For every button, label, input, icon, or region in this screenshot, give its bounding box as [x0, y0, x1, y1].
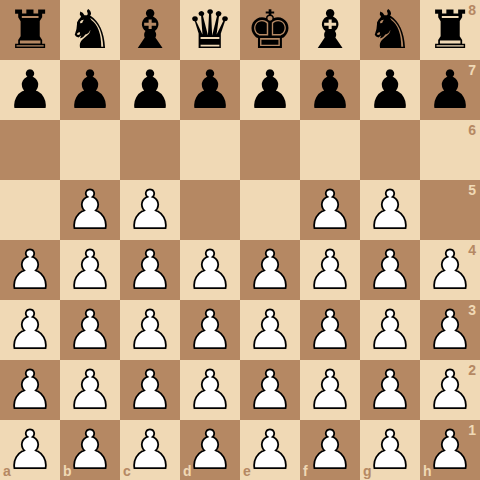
square-b6[interactable] [60, 120, 120, 180]
piece-white-pawn-c3[interactable]: ♟ [126, 303, 174, 356]
piece-black-rook-a8[interactable]: ♜ [6, 3, 54, 56]
square-h7[interactable]: ♟7 [420, 60, 480, 120]
square-b2[interactable]: ♟ [60, 360, 120, 420]
piece-black-queen-d8[interactable]: ♛ [186, 3, 234, 56]
piece-white-pawn-g4[interactable]: ♟ [366, 243, 414, 296]
piece-black-pawn-a7[interactable]: ♟ [6, 63, 54, 116]
square-h5[interactable]: 5 [420, 180, 480, 240]
piece-white-pawn-f5[interactable]: ♟ [306, 183, 354, 236]
square-a8[interactable]: ♜ [0, 0, 60, 60]
square-c2[interactable]: ♟ [120, 360, 180, 420]
square-g2[interactable]: ♟ [360, 360, 420, 420]
piece-white-pawn-c2[interactable]: ♟ [126, 363, 174, 416]
piece-white-pawn-h4[interactable]: ♟ [426, 243, 474, 296]
square-h4[interactable]: ♟4 [420, 240, 480, 300]
square-h1[interactable]: ♟h1 [420, 420, 480, 480]
square-a7[interactable]: ♟ [0, 60, 60, 120]
square-c5[interactable]: ♟ [120, 180, 180, 240]
piece-black-rook-h8[interactable]: ♜ [426, 3, 474, 56]
square-h3[interactable]: ♟3 [420, 300, 480, 360]
square-d1[interactable]: ♟d [180, 420, 240, 480]
piece-black-pawn-b7[interactable]: ♟ [66, 63, 114, 116]
piece-white-pawn-g1[interactable]: ♟ [366, 423, 414, 476]
piece-white-pawn-a2[interactable]: ♟ [6, 363, 54, 416]
square-g1[interactable]: ♟g [360, 420, 420, 480]
square-d5[interactable] [180, 180, 240, 240]
piece-white-pawn-b3[interactable]: ♟ [66, 303, 114, 356]
piece-white-pawn-c1[interactable]: ♟ [126, 423, 174, 476]
square-d8[interactable]: ♛ [180, 0, 240, 60]
square-b7[interactable]: ♟ [60, 60, 120, 120]
square-e4[interactable]: ♟ [240, 240, 300, 300]
piece-white-pawn-a4[interactable]: ♟ [6, 243, 54, 296]
piece-white-pawn-h2[interactable]: ♟ [426, 363, 474, 416]
square-a3[interactable]: ♟ [0, 300, 60, 360]
piece-black-pawn-f7[interactable]: ♟ [306, 63, 354, 116]
square-d7[interactable]: ♟ [180, 60, 240, 120]
square-e1[interactable]: ♟e [240, 420, 300, 480]
piece-black-pawn-e7[interactable]: ♟ [246, 63, 294, 116]
square-d2[interactable]: ♟ [180, 360, 240, 420]
piece-white-pawn-c4[interactable]: ♟ [126, 243, 174, 296]
square-g6[interactable] [360, 120, 420, 180]
square-c3[interactable]: ♟ [120, 300, 180, 360]
square-f5[interactable]: ♟ [300, 180, 360, 240]
square-d6[interactable] [180, 120, 240, 180]
square-a4[interactable]: ♟ [0, 240, 60, 300]
piece-black-pawn-c7[interactable]: ♟ [126, 63, 174, 116]
piece-white-pawn-e3[interactable]: ♟ [246, 303, 294, 356]
square-e8[interactable]: ♚ [240, 0, 300, 60]
piece-white-pawn-g5[interactable]: ♟ [366, 183, 414, 236]
piece-black-pawn-d7[interactable]: ♟ [186, 63, 234, 116]
piece-white-pawn-f3[interactable]: ♟ [306, 303, 354, 356]
piece-white-pawn-d4[interactable]: ♟ [186, 243, 234, 296]
piece-white-pawn-e4[interactable]: ♟ [246, 243, 294, 296]
square-g4[interactable]: ♟ [360, 240, 420, 300]
piece-black-bishop-c8[interactable]: ♝ [126, 3, 174, 56]
square-d4[interactable]: ♟ [180, 240, 240, 300]
square-b4[interactable]: ♟ [60, 240, 120, 300]
piece-black-knight-b8[interactable]: ♞ [66, 3, 114, 56]
piece-white-pawn-f1[interactable]: ♟ [306, 423, 354, 476]
square-a6[interactable] [0, 120, 60, 180]
piece-white-pawn-b4[interactable]: ♟ [66, 243, 114, 296]
square-f2[interactable]: ♟ [300, 360, 360, 420]
piece-white-pawn-f4[interactable]: ♟ [306, 243, 354, 296]
square-c8[interactable]: ♝ [120, 0, 180, 60]
square-h6[interactable]: 6 [420, 120, 480, 180]
chess-board: ♜♞♝♛♚♝♞♜8♟♟♟♟♟♟♟♟76♟♟♟♟5♟♟♟♟♟♟♟♟4♟♟♟♟♟♟♟… [0, 0, 480, 480]
piece-white-pawn-a3[interactable]: ♟ [6, 303, 54, 356]
piece-white-pawn-h1[interactable]: ♟ [426, 423, 474, 476]
piece-white-pawn-e2[interactable]: ♟ [246, 363, 294, 416]
piece-white-pawn-c5[interactable]: ♟ [126, 183, 174, 236]
square-a2[interactable]: ♟ [0, 360, 60, 420]
rank-label-6: 6 [468, 123, 476, 137]
square-f4[interactable]: ♟ [300, 240, 360, 300]
piece-white-pawn-g3[interactable]: ♟ [366, 303, 414, 356]
square-c7[interactable]: ♟ [120, 60, 180, 120]
piece-white-pawn-d1[interactable]: ♟ [186, 423, 234, 476]
square-h2[interactable]: ♟2 [420, 360, 480, 420]
square-c6[interactable] [120, 120, 180, 180]
square-b5[interactable]: ♟ [60, 180, 120, 240]
piece-white-pawn-a1[interactable]: ♟ [6, 423, 54, 476]
piece-black-knight-g8[interactable]: ♞ [366, 3, 414, 56]
square-g8[interactable]: ♞ [360, 0, 420, 60]
piece-black-bishop-f8[interactable]: ♝ [306, 3, 354, 56]
square-c1[interactable]: ♟c [120, 420, 180, 480]
square-c4[interactable]: ♟ [120, 240, 180, 300]
piece-white-pawn-g2[interactable]: ♟ [366, 363, 414, 416]
square-h8[interactable]: ♜8 [420, 0, 480, 60]
square-g5[interactable]: ♟ [360, 180, 420, 240]
piece-white-pawn-h3[interactable]: ♟ [426, 303, 474, 356]
piece-white-pawn-b1[interactable]: ♟ [66, 423, 114, 476]
piece-white-pawn-e1[interactable]: ♟ [246, 423, 294, 476]
square-g3[interactable]: ♟ [360, 300, 420, 360]
rank-label-5: 5 [468, 183, 476, 197]
piece-black-king-e8[interactable]: ♚ [246, 3, 294, 56]
square-e7[interactable]: ♟ [240, 60, 300, 120]
square-f8[interactable]: ♝ [300, 0, 360, 60]
piece-white-pawn-b2[interactable]: ♟ [66, 363, 114, 416]
square-b1[interactable]: ♟b [60, 420, 120, 480]
piece-black-pawn-g7[interactable]: ♟ [366, 63, 414, 116]
square-b8[interactable]: ♞ [60, 0, 120, 60]
square-a1[interactable]: ♟a [0, 420, 60, 480]
square-a5[interactable] [0, 180, 60, 240]
piece-white-pawn-f2[interactable]: ♟ [306, 363, 354, 416]
square-f6[interactable] [300, 120, 360, 180]
square-f3[interactable]: ♟ [300, 300, 360, 360]
square-e6[interactable] [240, 120, 300, 180]
square-e3[interactable]: ♟ [240, 300, 300, 360]
piece-white-pawn-d3[interactable]: ♟ [186, 303, 234, 356]
square-d3[interactable]: ♟ [180, 300, 240, 360]
square-g7[interactable]: ♟ [360, 60, 420, 120]
piece-white-pawn-d2[interactable]: ♟ [186, 363, 234, 416]
square-f7[interactable]: ♟ [300, 60, 360, 120]
square-e2[interactable]: ♟ [240, 360, 300, 420]
piece-white-pawn-b5[interactable]: ♟ [66, 183, 114, 236]
piece-black-pawn-h7[interactable]: ♟ [426, 63, 474, 116]
square-b3[interactable]: ♟ [60, 300, 120, 360]
square-f1[interactable]: ♟f [300, 420, 360, 480]
square-e5[interactable] [240, 180, 300, 240]
